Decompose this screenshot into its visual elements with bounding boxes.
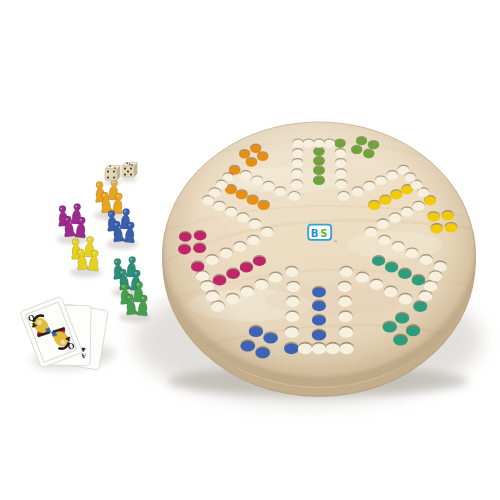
hole-magenta-home-3[interactable] <box>194 230 207 241</box>
hole-empty-corner-yellow[interactable] <box>365 226 378 237</box>
hole-empty-green-trackB-3[interactable] <box>292 158 303 168</box>
hole-orange-finish-2[interactable] <box>247 195 259 205</box>
hole-orange-finish-1[interactable] <box>258 200 270 210</box>
hole-yellow-home-1[interactable] <box>445 222 458 233</box>
hole-yellow-home-3[interactable] <box>431 223 444 234</box>
hole-empty-orange-trackA-4[interactable] <box>240 170 252 180</box>
hole-teal-finish-4[interactable] <box>412 274 425 286</box>
hole-green-home-1[interactable] <box>368 140 379 149</box>
hole-empty-magenta-rim-1[interactable] <box>196 270 209 281</box>
hole-empty-teal-trackB-2[interactable] <box>392 241 405 252</box>
hole-green-finish-2[interactable] <box>313 165 325 175</box>
hole-magenta-start[interactable] <box>191 261 204 272</box>
hole-green-finish-4[interactable] <box>313 146 324 156</box>
hole-green-home-2[interactable] <box>356 136 367 145</box>
hole-green-finish-3[interactable] <box>313 156 324 166</box>
peg-group-purple <box>57 203 89 244</box>
hole-teal-finish-1[interactable] <box>372 255 385 266</box>
hole-empty-blue-trackB-4[interactable] <box>339 326 353 338</box>
hole-teal-finish-3[interactable] <box>398 268 411 279</box>
hole-empty-teal-rim-3[interactable] <box>429 270 442 281</box>
hole-empty-green-trackA-3[interactable] <box>335 158 346 168</box>
hole-empty-green-trackA-1[interactable] <box>335 179 347 189</box>
hole-magenta-finish-1[interactable] <box>253 255 266 266</box>
hole-empty-green-trackB-1[interactable] <box>291 179 303 189</box>
die-front-face <box>105 169 117 180</box>
hole-empty-blue-trackB-3[interactable] <box>339 310 353 322</box>
hole-teal-home-4[interactable] <box>395 312 409 324</box>
hole-orange-home-4[interactable] <box>246 157 257 167</box>
hole-yellow-home-2[interactable] <box>441 210 453 221</box>
hole-empty-orange-trackA-1[interactable] <box>274 186 286 196</box>
hole-empty-magenta-rim-2[interactable] <box>201 280 215 292</box>
hole-blue-finish-3[interactable] <box>312 314 326 326</box>
hole-empty-yellow-trackA-4[interactable] <box>413 201 425 211</box>
hole-blue-home-4[interactable] <box>263 331 277 343</box>
hole-empty-teal-trackB-4[interactable] <box>420 254 433 265</box>
hole-empty-teal-rim-2[interactable] <box>424 280 438 292</box>
hole-blue-finish-1[interactable] <box>312 286 326 298</box>
hole-empty-teal-trackA-2[interactable] <box>370 279 383 290</box>
hole-empty-green-rim-3[interactable] <box>303 138 314 147</box>
hole-empty-blue-rim-1[interactable] <box>298 342 313 354</box>
hole-empty-teal-rim-1[interactable] <box>419 290 433 302</box>
hole-empty-magenta-trackA-3[interactable] <box>220 247 233 258</box>
hole-empty-yellow-trackB-1[interactable] <box>352 186 364 196</box>
scene-svg: B S ® A♣Q♣Q♣ <box>0 0 500 500</box>
hole-empty-teal-trackA-4[interactable] <box>399 293 413 305</box>
hole-empty-yellow-rim-3[interactable] <box>404 172 416 182</box>
hole-green-start[interactable] <box>334 138 345 147</box>
hole-empty-teal-trackB-3[interactable] <box>405 247 418 258</box>
hole-blue-finish-4[interactable] <box>312 328 326 340</box>
hole-empty-orange-trackA-2[interactable] <box>263 181 275 191</box>
die-2[interactable] <box>120 162 138 181</box>
hole-empty-magenta-trackA-4[interactable] <box>206 254 219 265</box>
hole-yellow-home-4[interactable] <box>427 211 439 222</box>
hole-empty-green-trackA-2[interactable] <box>335 168 347 178</box>
hole-empty-magenta-trackB-4[interactable] <box>226 293 240 305</box>
hole-empty-yellow-trackA-3[interactable] <box>401 207 413 217</box>
hole-empty-corner-blue[interactable] <box>285 266 298 277</box>
hole-empty-yellow-trackA-1[interactable] <box>377 218 389 229</box>
hole-blue-start[interactable] <box>284 342 299 354</box>
hole-empty-teal-trackA-1[interactable] <box>356 272 369 283</box>
hole-green-home-3[interactable] <box>363 149 374 159</box>
hole-magenta-home-2[interactable] <box>178 243 191 254</box>
hole-teal-home-3[interactable] <box>383 321 397 333</box>
hole-empty-yellow-trackA-2[interactable] <box>389 212 401 223</box>
hole-yellow-finish-2[interactable] <box>379 195 391 205</box>
hole-empty-blue-trackA-1[interactable] <box>287 281 301 293</box>
hole-empty-orange-rim-3[interactable] <box>209 187 221 197</box>
hole-magenta-finish-4[interactable] <box>213 274 226 286</box>
hole-green-finish-1[interactable] <box>313 175 325 185</box>
logo-letter-s: S <box>320 228 327 239</box>
hole-blue-home-2[interactable] <box>255 346 270 358</box>
hole-empty-corner-orange[interactable] <box>288 191 300 201</box>
hole-orange-finish-3[interactable] <box>236 189 248 199</box>
hole-orange-home-2[interactable] <box>239 149 250 159</box>
hole-empty-magenta-trackB-5[interactable] <box>211 300 225 312</box>
hole-empty-magenta-trackB-2[interactable] <box>255 279 268 290</box>
hole-magenta-home-1[interactable] <box>179 231 192 242</box>
hole-empty-yellow-trackB-4[interactable] <box>387 170 399 180</box>
hole-empty-blue-rim-2[interactable] <box>312 342 327 354</box>
ace-corner-index: A♣ <box>80 346 86 360</box>
hole-empty-green-trackA-4[interactable] <box>335 148 346 158</box>
hole-teal-home-1[interactable] <box>393 333 407 345</box>
hole-empty-teal-trackA-3[interactable] <box>384 286 398 298</box>
hole-empty-corner-magenta[interactable] <box>261 226 274 237</box>
hole-empty-blue-rim-3[interactable] <box>326 342 341 354</box>
hole-empty-magenta-rim-3[interactable] <box>206 290 220 302</box>
hole-empty-teal-trackB-5[interactable] <box>434 261 447 272</box>
hole-empty-yellow-trackB-2[interactable] <box>364 181 376 191</box>
hole-empty-magenta-trackA-2[interactable] <box>234 241 247 252</box>
hole-empty-orange-trackB-1[interactable] <box>249 218 261 229</box>
hole-empty-blue-trackA-2[interactable] <box>286 295 300 307</box>
hole-empty-blue-trackB-1[interactable] <box>338 281 352 293</box>
hole-empty-green-trackB-5[interactable] <box>292 138 303 147</box>
hole-yellow-finish-3[interactable] <box>390 189 402 199</box>
hole-empty-blue-trackB-2[interactable] <box>338 295 352 307</box>
hole-magenta-finish-3[interactable] <box>226 268 239 279</box>
hole-empty-orange-trackB-3[interactable] <box>225 207 237 217</box>
hole-green-home-4[interactable] <box>351 145 362 154</box>
board-game-product-photo: B S ® A♣Q♣Q♣ <box>0 0 500 500</box>
hole-empty-orange-trackA-3[interactable] <box>251 175 263 185</box>
hole-empty-orange-trackB-4[interactable] <box>213 201 225 211</box>
hole-empty-teal-trackB-1[interactable] <box>378 235 391 246</box>
hole-yellow-finish-1[interactable] <box>368 200 380 210</box>
logo-letter-b: B <box>311 228 319 239</box>
hole-empty-green-trackB-2[interactable] <box>291 168 303 178</box>
hole-magenta-home-4[interactable] <box>193 242 206 253</box>
hole-empty-corner-teal[interactable] <box>340 266 353 277</box>
hole-empty-green-trackB-4[interactable] <box>292 148 303 158</box>
hole-blue-home-3[interactable] <box>249 325 263 337</box>
die-1[interactable] <box>103 165 121 184</box>
logo-registered-mark: ® <box>334 239 338 244</box>
off-board-pieces: A♣Q♣Q♣ <box>19 162 151 377</box>
hole-empty-green-rim-2[interactable] <box>313 138 324 147</box>
hole-teal-finish-2[interactable] <box>385 261 398 272</box>
hole-empty-corner-green[interactable] <box>338 191 350 201</box>
hole-teal-start[interactable] <box>413 300 427 312</box>
hole-orange-home-3[interactable] <box>257 151 268 161</box>
hole-orange-home-1[interactable] <box>250 144 261 153</box>
hole-empty-green-rim-1[interactable] <box>324 138 335 147</box>
hole-empty-blue-trackA-3[interactable] <box>285 310 299 322</box>
hole-blue-finish-2[interactable] <box>312 300 326 312</box>
hole-magenta-finish-2[interactable] <box>240 261 253 272</box>
hole-empty-yellow-trackB-3[interactable] <box>375 175 387 185</box>
hole-empty-magenta-trackA-1[interactable] <box>247 235 260 246</box>
hole-empty-magenta-trackB-3[interactable] <box>240 286 254 298</box>
hole-empty-magenta-trackB-1[interactable] <box>269 272 282 283</box>
hole-empty-orange-trackB-2[interactable] <box>237 212 249 223</box>
hole-empty-blue-trackB-5[interactable] <box>339 342 354 354</box>
hole-empty-blue-trackA-4[interactable] <box>285 326 299 338</box>
hole-teal-home-2[interactable] <box>406 324 420 336</box>
card-deck[interactable]: A♣Q♣Q♣ <box>19 291 118 377</box>
hole-blue-home-1[interactable] <box>241 339 256 351</box>
